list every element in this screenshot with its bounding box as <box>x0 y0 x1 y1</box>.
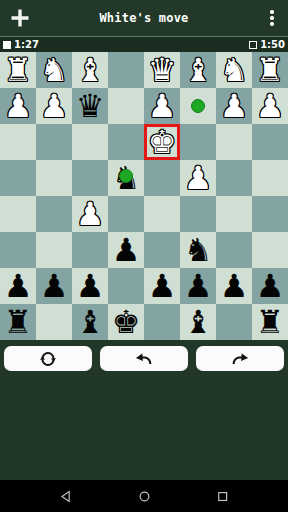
square[interactable]: ♞ <box>216 52 252 88</box>
white-queen: ♛ <box>148 52 177 88</box>
square[interactable] <box>180 88 216 124</box>
white-bishop: ♝ <box>184 52 213 88</box>
square[interactable] <box>36 232 72 268</box>
square[interactable] <box>0 196 36 232</box>
board[interactable]: ♜♞♝♛♝♞♜♟♟♛♟♟♟♚♞♟♟♟♞♟♟♟♟♟♟♟♜♝♚♝♜ <box>0 52 288 340</box>
black-pawn: ♟ <box>40 268 69 304</box>
square[interactable]: ♞ <box>108 160 144 196</box>
back-button[interactable] <box>59 489 74 504</box>
menu-dot-icon <box>270 10 273 13</box>
square[interactable]: ♛ <box>72 88 108 124</box>
white-pawn: ♟ <box>256 88 285 124</box>
white-pawn: ♟ <box>184 160 213 196</box>
square[interactable]: ♟ <box>144 88 180 124</box>
square[interactable] <box>36 160 72 196</box>
square[interactable] <box>0 160 36 196</box>
white-rook: ♜ <box>256 52 285 88</box>
square[interactable] <box>216 232 252 268</box>
square[interactable] <box>216 124 252 160</box>
square[interactable] <box>144 196 180 232</box>
square[interactable]: ♟ <box>144 268 180 304</box>
home-button[interactable] <box>137 489 152 504</box>
square[interactable]: ♜ <box>252 304 288 340</box>
square[interactable]: ♝ <box>72 304 108 340</box>
square[interactable]: ♟ <box>0 88 36 124</box>
last-move-dot <box>119 169 133 183</box>
square[interactable] <box>72 124 108 160</box>
square[interactable]: ♟ <box>216 268 252 304</box>
square[interactable] <box>0 124 36 160</box>
black-pawn: ♟ <box>4 268 33 304</box>
app-bar: White's move <box>0 0 288 36</box>
black-rook: ♜ <box>4 304 33 340</box>
square[interactable]: ♟ <box>216 88 252 124</box>
square[interactable]: ♞ <box>36 52 72 88</box>
black-knight: ♞ <box>184 232 213 268</box>
undo-icon <box>133 348 155 370</box>
square[interactable]: ♝ <box>180 52 216 88</box>
chess-app-screen: White's move 1:27 1:50 ♜♞♝♛♝♞♜♟♟♛♟♟♟♚♞♟♟… <box>0 0 288 512</box>
page-title: White's move <box>0 0 288 36</box>
square[interactable]: ♟ <box>72 196 108 232</box>
square[interactable]: ♛ <box>144 52 180 88</box>
square[interactable] <box>36 124 72 160</box>
square[interactable]: ♜ <box>252 52 288 88</box>
square[interactable] <box>216 196 252 232</box>
black-pawn: ♟ <box>184 268 213 304</box>
control-bar <box>0 346 288 371</box>
square[interactable]: ♟ <box>108 232 144 268</box>
square[interactable] <box>252 232 288 268</box>
square[interactable]: ♞ <box>180 232 216 268</box>
square[interactable]: ♝ <box>72 52 108 88</box>
square[interactable] <box>180 196 216 232</box>
black-pawn: ♟ <box>256 268 285 304</box>
white-clock: 1:27 <box>3 37 39 52</box>
white-knight: ♞ <box>40 52 69 88</box>
square[interactable] <box>108 88 144 124</box>
white-bishop: ♝ <box>76 52 105 88</box>
square[interactable] <box>36 304 72 340</box>
square[interactable] <box>72 160 108 196</box>
square[interactable]: ♝ <box>180 304 216 340</box>
square[interactable] <box>144 304 180 340</box>
black-clock-time: 1:50 <box>260 37 285 52</box>
square[interactable]: ♟ <box>72 268 108 304</box>
black-king: ♚ <box>112 304 141 340</box>
square[interactable] <box>108 52 144 88</box>
square[interactable] <box>144 160 180 196</box>
overflow-menu-button[interactable] <box>264 6 280 30</box>
square[interactable] <box>108 196 144 232</box>
swap-icon <box>37 348 59 370</box>
menu-dot-icon <box>270 22 273 25</box>
square[interactable] <box>0 232 36 268</box>
black-queen: ♛ <box>76 88 105 124</box>
recents-button[interactable] <box>215 489 230 504</box>
square[interactable]: ♟ <box>252 268 288 304</box>
back-triangle-icon <box>59 489 74 504</box>
home-circle-icon <box>137 489 152 504</box>
square[interactable] <box>252 160 288 196</box>
square[interactable]: ♟ <box>36 268 72 304</box>
square[interactable] <box>36 196 72 232</box>
square[interactable]: ♚ <box>108 304 144 340</box>
black-bishop: ♝ <box>76 304 105 340</box>
white-pawn: ♟ <box>148 88 177 124</box>
black-square-icon <box>249 41 257 49</box>
black-pawn: ♟ <box>76 268 105 304</box>
square[interactable]: ♟ <box>180 268 216 304</box>
white-rook: ♜ <box>4 52 33 88</box>
undo-button[interactable] <box>100 346 188 371</box>
square[interactable]: ♚ <box>144 124 180 160</box>
white-pawn: ♟ <box>220 88 249 124</box>
square[interactable]: ♟ <box>252 88 288 124</box>
clock-bar: 1:27 1:50 <box>0 37 288 52</box>
white-pawn: ♟ <box>40 88 69 124</box>
square[interactable]: ♜ <box>0 304 36 340</box>
flip-board-button[interactable] <box>4 346 92 371</box>
white-knight: ♞ <box>220 52 249 88</box>
square[interactable] <box>252 124 288 160</box>
square[interactable]: ♟ <box>180 160 216 196</box>
square[interactable]: ♟ <box>36 88 72 124</box>
recents-square-icon <box>215 489 230 504</box>
last-move-dot <box>191 99 205 113</box>
square[interactable] <box>108 268 144 304</box>
square[interactable] <box>216 304 252 340</box>
square[interactable] <box>252 196 288 232</box>
square[interactable] <box>144 232 180 268</box>
black-pawn: ♟ <box>112 232 141 268</box>
white-clock-time: 1:27 <box>14 37 39 52</box>
black-clock: 1:50 <box>249 37 285 52</box>
black-bishop: ♝ <box>184 304 213 340</box>
white-to-move-square-icon <box>3 41 11 49</box>
white-king: ♚ <box>148 124 177 160</box>
square[interactable] <box>216 160 252 196</box>
black-pawn: ♟ <box>148 268 177 304</box>
square[interactable]: ♟ <box>0 268 36 304</box>
redo-button[interactable] <box>196 346 284 371</box>
square[interactable] <box>180 124 216 160</box>
black-pawn: ♟ <box>220 268 249 304</box>
white-pawn: ♟ <box>4 88 33 124</box>
white-pawn: ♟ <box>76 196 105 232</box>
square[interactable] <box>72 232 108 268</box>
square[interactable] <box>108 124 144 160</box>
redo-icon <box>229 348 251 370</box>
square[interactable]: ♜ <box>0 52 36 88</box>
menu-dot-icon <box>270 16 273 19</box>
black-rook: ♜ <box>256 304 285 340</box>
android-nav-bar <box>0 480 288 512</box>
